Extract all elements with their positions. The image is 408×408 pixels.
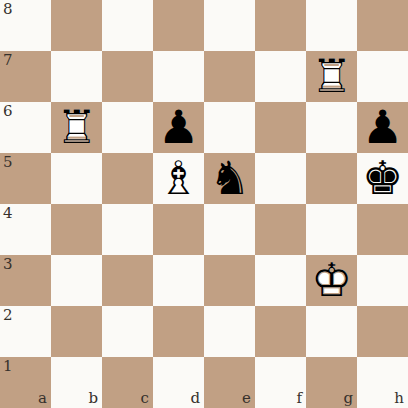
square-c6[interactable] [102, 102, 153, 153]
square-h7[interactable] [357, 51, 408, 102]
square-b2[interactable] [51, 306, 102, 357]
square-e1[interactable]: e [204, 357, 255, 408]
square-g2[interactable] [306, 306, 357, 357]
square-f8[interactable] [255, 0, 306, 51]
square-g4[interactable] [306, 204, 357, 255]
square-c1[interactable]: c [102, 357, 153, 408]
square-h4[interactable] [357, 204, 408, 255]
square-a4[interactable]: 4 [0, 204, 51, 255]
square-g6[interactable] [306, 102, 357, 153]
piece-black-knight[interactable]: ♞ [204, 153, 255, 204]
piece-white-king[interactable]: ♚♔ [306, 255, 357, 306]
square-a7[interactable]: 7 [0, 51, 51, 102]
piece-black-pawn[interactable]: ♟ [153, 102, 204, 153]
square-h5[interactable]: ♚ [357, 153, 408, 204]
square-g7[interactable]: ♜♖ [306, 51, 357, 102]
file-label-g: g [343, 391, 353, 406]
square-g5[interactable] [306, 153, 357, 204]
square-b3[interactable] [51, 255, 102, 306]
square-b4[interactable] [51, 204, 102, 255]
square-f3[interactable] [255, 255, 306, 306]
file-label-a: a [38, 391, 47, 406]
rank-label-5: 5 [3, 155, 13, 170]
rank-label-3: 3 [3, 257, 13, 272]
square-f1[interactable]: f [255, 357, 306, 408]
rank-label-7: 7 [3, 53, 13, 68]
square-h1[interactable]: h [357, 357, 408, 408]
square-c4[interactable] [102, 204, 153, 255]
piece-white-bishop[interactable]: ♝♗ [153, 153, 204, 204]
square-c7[interactable] [102, 51, 153, 102]
square-a6[interactable]: 6 [0, 102, 51, 153]
rank-label-8: 8 [3, 2, 13, 17]
square-d7[interactable] [153, 51, 204, 102]
square-e5[interactable]: ♞ [204, 153, 255, 204]
piece-white-rook[interactable]: ♜♖ [51, 102, 102, 153]
square-b5[interactable] [51, 153, 102, 204]
square-d4[interactable] [153, 204, 204, 255]
square-f7[interactable] [255, 51, 306, 102]
square-a1[interactable]: 1a [0, 357, 51, 408]
square-e3[interactable] [204, 255, 255, 306]
square-g3[interactable]: ♚♔ [306, 255, 357, 306]
square-d3[interactable] [153, 255, 204, 306]
piece-white-rook[interactable]: ♜♖ [306, 51, 357, 102]
square-f6[interactable] [255, 102, 306, 153]
square-b6[interactable]: ♜♖ [51, 102, 102, 153]
square-f2[interactable] [255, 306, 306, 357]
square-e2[interactable] [204, 306, 255, 357]
piece-outline-glyph: ♖ [306, 51, 357, 102]
square-c2[interactable] [102, 306, 153, 357]
square-g8[interactable] [306, 0, 357, 51]
square-h3[interactable] [357, 255, 408, 306]
square-h2[interactable] [357, 306, 408, 357]
rank-label-4: 4 [3, 206, 13, 221]
square-e6[interactable] [204, 102, 255, 153]
square-e8[interactable] [204, 0, 255, 51]
rank-label-1: 1 [3, 359, 13, 374]
square-e4[interactable] [204, 204, 255, 255]
square-b8[interactable] [51, 0, 102, 51]
square-f5[interactable] [255, 153, 306, 204]
square-b7[interactable] [51, 51, 102, 102]
piece-outline-glyph: ♖ [51, 102, 102, 153]
square-c8[interactable] [102, 0, 153, 51]
square-h6[interactable]: ♟ [357, 102, 408, 153]
piece-black-pawn[interactable]: ♟ [357, 102, 408, 153]
square-e7[interactable] [204, 51, 255, 102]
square-g1[interactable]: g [306, 357, 357, 408]
file-label-h: h [394, 391, 404, 406]
square-d1[interactable]: d [153, 357, 204, 408]
square-a8[interactable]: 8 [0, 0, 51, 51]
piece-outline-glyph: ♔ [306, 255, 357, 306]
file-label-e: e [242, 391, 251, 406]
square-a2[interactable]: 2 [0, 306, 51, 357]
piece-outline-glyph: ♗ [153, 153, 204, 204]
chess-board: 87♜♖6♜♖♟♟5♝♗♞♚43♚♔21abcdefgh [0, 0, 408, 408]
square-a5[interactable]: 5 [0, 153, 51, 204]
file-label-f: f [296, 391, 302, 406]
square-a3[interactable]: 3 [0, 255, 51, 306]
file-label-d: d [190, 391, 200, 406]
square-d2[interactable] [153, 306, 204, 357]
square-b1[interactable]: b [51, 357, 102, 408]
square-c3[interactable] [102, 255, 153, 306]
square-d8[interactable] [153, 0, 204, 51]
file-label-b: b [88, 391, 98, 406]
square-c5[interactable] [102, 153, 153, 204]
square-d6[interactable]: ♟ [153, 102, 204, 153]
piece-black-king[interactable]: ♚ [357, 153, 408, 204]
square-f4[interactable] [255, 204, 306, 255]
square-d5[interactable]: ♝♗ [153, 153, 204, 204]
square-h8[interactable] [357, 0, 408, 51]
file-label-c: c [141, 391, 149, 406]
rank-label-2: 2 [3, 308, 13, 323]
rank-label-6: 6 [3, 104, 13, 119]
